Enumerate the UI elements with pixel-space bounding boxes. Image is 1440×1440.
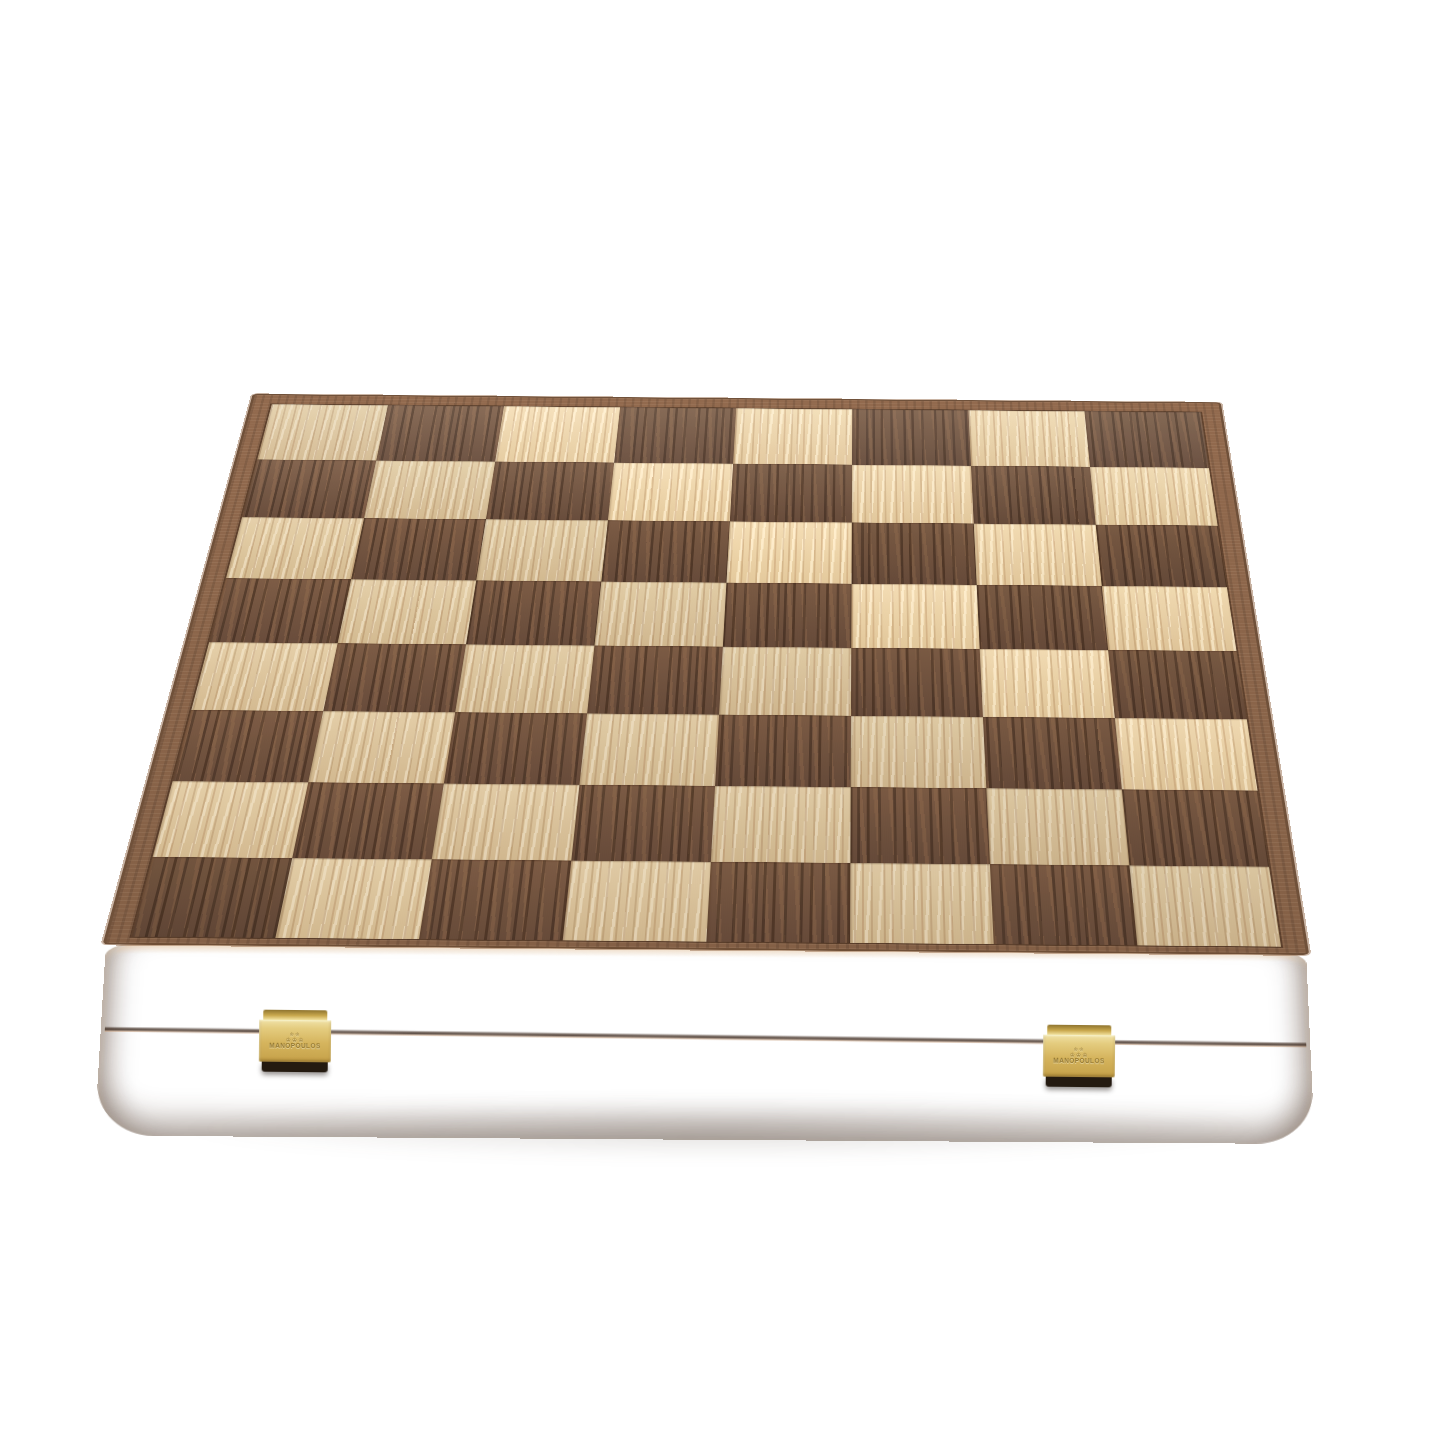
square-d4[interactable] [587,646,723,715]
clasp-latch-lip [263,1010,327,1021]
square-b8[interactable] [376,405,504,461]
square-c2[interactable] [432,784,580,861]
square-d5[interactable] [594,581,726,646]
square-e1[interactable] [706,862,850,943]
square-a7[interactable] [242,459,376,518]
square-a2[interactable] [153,781,308,858]
square-c3[interactable] [444,712,587,785]
square-f7[interactable] [852,464,974,523]
square-h3[interactable] [1115,718,1258,791]
brass-clasp-right[interactable]: ♔♔ ♔♔♔ MANOPOULOS [1043,1025,1116,1088]
square-g4[interactable] [980,649,1115,718]
square-h8[interactable] [1084,411,1208,467]
square-h5[interactable] [1102,586,1237,651]
board-walnut-frame [106,395,1306,953]
square-g5[interactable] [977,585,1108,650]
clasp-base-shadow [1046,1077,1112,1088]
square-a1[interactable] [132,857,293,938]
square-g3[interactable] [983,717,1122,790]
square-e5[interactable] [723,582,852,647]
square-a5[interactable] [209,578,351,643]
square-c4[interactable] [455,644,594,713]
square-h6[interactable] [1096,525,1227,587]
square-e2[interactable] [711,786,851,863]
square-g2[interactable] [986,788,1129,865]
square-c6[interactable] [476,519,608,581]
square-e7[interactable] [730,463,852,522]
square-d1[interactable] [563,860,711,941]
square-h7[interactable] [1090,467,1218,526]
square-d3[interactable] [579,713,719,786]
chess-board [132,404,1281,947]
product-photo-stage: ♔♔ ♔♔♔ MANOPOULOS ♔♔ ♔♔♔ MANOPOULOS [0,0,1440,1440]
square-b4[interactable] [323,643,466,712]
brand-engraving: MANOPOULOS [269,1043,320,1050]
clasp-latch-lip [1047,1025,1111,1036]
square-g6[interactable] [974,524,1102,586]
square-d2[interactable] [571,785,715,862]
square-b2[interactable] [292,782,444,859]
square-f8[interactable] [852,409,971,465]
square-d6[interactable] [601,520,730,582]
square-d7[interactable] [608,462,733,521]
square-f6[interactable] [852,522,977,584]
square-a3[interactable] [173,710,324,783]
square-h4[interactable] [1108,650,1247,719]
square-e8[interactable] [733,408,852,464]
square-b6[interactable] [351,518,486,580]
clasp-base-shadow [262,1062,328,1073]
square-c8[interactable] [495,406,620,462]
square-a8[interactable] [257,404,388,460]
square-b1[interactable] [275,858,431,939]
clasp-plate: ♔♔ ♔♔♔ MANOPOULOS [259,1020,331,1063]
square-e3[interactable] [715,714,851,787]
square-f4[interactable] [851,648,983,717]
square-e4[interactable] [719,647,851,716]
square-e6[interactable] [726,521,851,583]
square-f3[interactable] [851,716,987,789]
square-d8[interactable] [614,407,736,463]
square-g8[interactable] [968,410,1090,466]
brass-clasp-left[interactable]: ♔♔ ♔♔♔ MANOPOULOS [259,1010,332,1073]
square-h1[interactable] [1129,865,1281,947]
square-c7[interactable] [486,461,614,520]
square-f1[interactable] [850,863,994,944]
square-c1[interactable] [419,859,571,940]
clasp-plate: ♔♔ ♔♔♔ MANOPOULOS [1043,1035,1115,1078]
brand-engraving: MANOPOULOS [1053,1058,1104,1065]
square-g1[interactable] [990,864,1137,945]
square-b7[interactable] [364,460,495,519]
square-h2[interactable] [1122,789,1269,866]
square-g7[interactable] [971,465,1096,524]
square-f5[interactable] [851,583,979,648]
square-a4[interactable] [191,642,337,711]
square-a6[interactable] [226,517,364,579]
case-lid-top [106,0,1378,953]
square-f2[interactable] [850,787,990,864]
square-c5[interactable] [466,580,601,645]
square-b5[interactable] [338,579,477,644]
square-b3[interactable] [308,711,455,784]
